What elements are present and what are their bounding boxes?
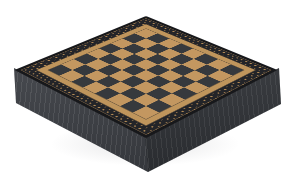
- product-photo: [0, 0, 290, 190]
